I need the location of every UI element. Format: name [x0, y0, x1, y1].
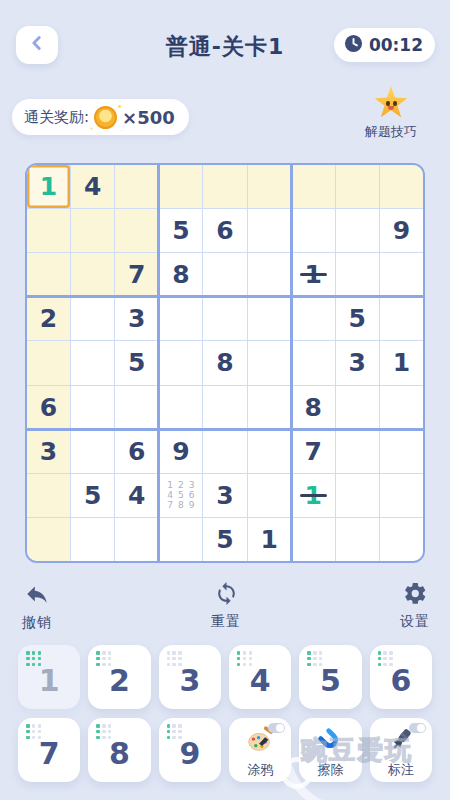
cell-r0c2[interactable]: [115, 165, 158, 208]
cell-r6c7[interactable]: [336, 430, 379, 473]
mini-grid-icon: [96, 651, 112, 667]
mini-grid-icon: [26, 651, 42, 667]
undo-button[interactable]: 撤销: [22, 581, 52, 632]
cell-r1c0[interactable]: [27, 209, 70, 252]
number-button-2[interactable]: 2: [88, 645, 150, 709]
annotate-button[interactable]: 标注: [370, 718, 432, 782]
number-label: 6: [390, 663, 411, 698]
cell-r6c6[interactable]: 7: [292, 430, 335, 473]
cell-r7c8[interactable]: [380, 474, 423, 517]
annotate-label: 标注: [388, 761, 414, 779]
cell-r1c3[interactable]: 5: [159, 209, 202, 252]
cell-r5c0[interactable]: 6: [27, 386, 70, 429]
cell-r2c6[interactable]: 1: [292, 253, 335, 296]
cell-digit: 3: [128, 306, 145, 331]
cell-r0c5[interactable]: [248, 165, 291, 208]
erase-label: 擦除: [317, 761, 343, 779]
reward-label: 通关奖励:: [24, 108, 89, 127]
cell-r7c5[interactable]: [248, 474, 291, 517]
cell-r7c7[interactable]: [336, 474, 379, 517]
cell-r0c6[interactable]: [292, 165, 335, 208]
cell-r5c1[interactable]: [71, 386, 114, 429]
cell-digit: 1: [305, 262, 322, 287]
cell-r4c3[interactable]: [159, 341, 202, 384]
number-button-7[interactable]: 7: [18, 718, 80, 782]
cell-r4c2[interactable]: 5: [115, 341, 158, 384]
cell-r4c4[interactable]: 8: [203, 341, 246, 384]
cell-digit: 5: [128, 350, 145, 375]
number-label: 3: [179, 663, 200, 698]
number-label: 9: [179, 736, 200, 771]
reward-pill: 通关奖励: ×500: [12, 99, 189, 135]
cell-r0c0[interactable]: 1: [27, 165, 70, 208]
cell-r1c8[interactable]: 9: [380, 209, 423, 252]
toolbar: 撤销 重置 设置: [0, 581, 450, 632]
cell-r8c6[interactable]: [292, 518, 335, 561]
cell-r2c0[interactable]: [27, 253, 70, 296]
cell-digit: 3: [216, 483, 233, 508]
number-button-4[interactable]: 4: [229, 645, 291, 709]
mini-grid-icon: [167, 724, 183, 740]
cell-r2c1[interactable]: [71, 253, 114, 296]
cell-r2c2[interactable]: 7: [115, 253, 158, 296]
number-button-8[interactable]: 8: [88, 718, 150, 782]
timer-text: 00:12: [369, 35, 423, 55]
cell-digit: 4: [84, 174, 101, 199]
cell-r6c5[interactable]: [248, 430, 291, 473]
cell-r1c5[interactable]: [248, 209, 291, 252]
cell-r8c7[interactable]: [336, 518, 379, 561]
cell-r4c5[interactable]: [248, 341, 291, 384]
cell-r3c7[interactable]: 5: [336, 297, 379, 340]
pencil-notes: 123456789: [165, 480, 197, 510]
cell-r6c0[interactable]: 3: [27, 430, 70, 473]
number-button-5[interactable]: 5: [299, 645, 361, 709]
cell-digit: 1: [393, 350, 410, 375]
cell-r4c6[interactable]: [292, 341, 335, 384]
timer-pill: 00:12: [334, 28, 435, 62]
tips-label: 解题技巧: [346, 123, 436, 141]
cell-digit: 1: [40, 174, 57, 199]
gold-coin-icon: [94, 106, 117, 129]
cell-r3c2[interactable]: 3: [115, 297, 158, 340]
number-label: 1: [39, 663, 60, 698]
cell-r2c3[interactable]: 8: [159, 253, 202, 296]
cell-r7c2[interactable]: 4: [115, 474, 158, 517]
cell-r5c8[interactable]: [380, 386, 423, 429]
cell-r3c5[interactable]: [248, 297, 291, 340]
cell-digit: 3: [40, 439, 57, 464]
cell-r7c1[interactable]: 5: [71, 474, 114, 517]
cell-digit: 6: [216, 218, 233, 243]
cell-r0c7[interactable]: [336, 165, 379, 208]
cell-r0c1[interactable]: 4: [71, 165, 114, 208]
number-label: 2: [109, 663, 130, 698]
cell-digit: 2: [40, 306, 57, 331]
cell-r1c7[interactable]: [336, 209, 379, 252]
mini-grid-icon: [378, 651, 394, 667]
cell-r3c3[interactable]: [159, 297, 202, 340]
doodle-toggle[interactable]: [268, 723, 285, 733]
doodle-label: 涂鸦: [247, 761, 273, 779]
cell-r8c1[interactable]: [71, 518, 114, 561]
mini-grid-icon: [26, 724, 42, 740]
cell-digit: 1: [305, 483, 322, 508]
cell-digit: 3: [349, 350, 366, 375]
reset-label: 重置: [211, 613, 241, 631]
cell-digit: 7: [305, 439, 322, 464]
cell-digit: 8: [305, 395, 322, 420]
cell-digit: 9: [393, 218, 410, 243]
cell-r7c6[interactable]: 1: [292, 474, 335, 517]
cell-r3c6[interactable]: [292, 297, 335, 340]
gear-icon: [403, 581, 428, 610]
cell-r0c3[interactable]: [159, 165, 202, 208]
cell-digit: 6: [40, 395, 57, 420]
cell-digit: 9: [172, 439, 189, 464]
cell-r5c7[interactable]: [336, 386, 379, 429]
cell-digit: 5: [172, 218, 189, 243]
cell-r0c4[interactable]: [203, 165, 246, 208]
cell-r8c2[interactable]: [115, 518, 158, 561]
cell-digit: 1: [260, 527, 277, 552]
star-face-icon: [374, 86, 408, 120]
cell-r3c0[interactable]: 2: [27, 297, 70, 340]
cell-r6c8[interactable]: [380, 430, 423, 473]
cell-r2c7[interactable]: [336, 253, 379, 296]
number-label: 7: [39, 736, 60, 771]
cell-r8c4[interactable]: 5: [203, 518, 246, 561]
number-label: 4: [250, 663, 271, 698]
cell-r5c6[interactable]: 8: [292, 386, 335, 429]
cell-r8c0[interactable]: [27, 518, 70, 561]
cell-r7c3[interactable]: 123456789: [159, 474, 202, 517]
sudoku-board[interactable]: 145697812355831683697541234567893151: [25, 163, 425, 563]
tips-button[interactable]: 解题技巧: [346, 86, 436, 141]
reset-button[interactable]: 重置: [211, 581, 241, 632]
doodle-button[interactable]: 涂鸦: [229, 718, 291, 782]
cell-r4c0[interactable]: [27, 341, 70, 384]
number-label: 8: [109, 736, 130, 771]
cell-r5c4[interactable]: [203, 386, 246, 429]
cell-r6c4[interactable]: [203, 430, 246, 473]
settings-button[interactable]: 设置: [400, 581, 430, 632]
cell-r8c3[interactable]: [159, 518, 202, 561]
number-button-9[interactable]: 9: [159, 718, 221, 782]
cell-r7c4[interactable]: 3: [203, 474, 246, 517]
mini-grid-icon: [237, 651, 253, 667]
mini-grid-icon: [167, 651, 183, 667]
cell-r4c7[interactable]: 3: [336, 341, 379, 384]
cell-digit: 5: [84, 483, 101, 508]
annotate-toggle[interactable]: [409, 723, 426, 733]
cell-r6c2[interactable]: 6: [115, 430, 158, 473]
cell-r3c8[interactable]: [380, 297, 423, 340]
cell-r2c8[interactable]: [380, 253, 423, 296]
cell-digit: 8: [172, 262, 189, 287]
cell-r1c1[interactable]: [71, 209, 114, 252]
cell-digit: 5: [216, 527, 233, 552]
number-button-3[interactable]: 3: [159, 645, 221, 709]
number-pad: 123456789 涂鸦 擦除: [18, 645, 432, 782]
cell-digit: 6: [128, 439, 145, 464]
cell-r8c8[interactable]: [380, 518, 423, 561]
number-label: 5: [320, 663, 341, 698]
cell-r6c1[interactable]: [71, 430, 114, 473]
undo-label: 撤销: [22, 614, 52, 632]
reward-amount: ×500: [122, 107, 175, 128]
eraser-icon: [315, 725, 345, 759]
cell-r3c4[interactable]: [203, 297, 246, 340]
cell-r6c3[interactable]: 9: [159, 430, 202, 473]
number-button-6[interactable]: 6: [370, 645, 432, 709]
cell-r5c2[interactable]: [115, 386, 158, 429]
cell-r1c2[interactable]: [115, 209, 158, 252]
cell-r7c0[interactable]: [27, 474, 70, 517]
mini-grid-icon: [96, 724, 112, 740]
cell-r4c1[interactable]: [71, 341, 114, 384]
cell-digit: 5: [349, 306, 366, 331]
cell-r4c8[interactable]: 1: [380, 341, 423, 384]
cell-r3c1[interactable]: [71, 297, 114, 340]
settings-label: 设置: [400, 613, 430, 631]
cell-digit: 7: [128, 262, 145, 287]
cell-r5c5[interactable]: [248, 386, 291, 429]
mini-grid-icon: [307, 651, 323, 667]
undo-icon: [24, 581, 50, 611]
cell-digit: 4: [128, 483, 145, 508]
erase-button[interactable]: 擦除: [299, 718, 361, 782]
reset-icon: [214, 581, 239, 610]
cell-r1c6[interactable]: [292, 209, 335, 252]
cell-r1c4[interactable]: 6: [203, 209, 246, 252]
cell-digit: 8: [216, 350, 233, 375]
cell-r5c3[interactable]: [159, 386, 202, 429]
cell-r8c5[interactable]: 1: [248, 518, 291, 561]
cell-r2c4[interactable]: [203, 253, 246, 296]
cell-r0c8[interactable]: [380, 165, 423, 208]
number-button-1[interactable]: 1: [18, 645, 80, 709]
clock-icon: [344, 34, 363, 57]
cell-r2c5[interactable]: [248, 253, 291, 296]
